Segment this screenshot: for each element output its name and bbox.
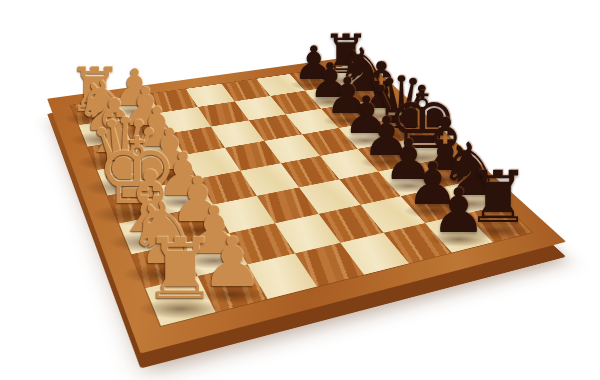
black-pawn-h7[interactable]: ♟ (431, 180, 486, 241)
piece-shadow (428, 232, 489, 247)
chess-photo-scene: ♜♞♝♛♚♝♞♜♟♟♟♟♟♟♟♟♟♟♟♟♟♟♟♟♜♞♝♛♚♝♞♜ (0, 0, 600, 380)
piece-shadow (138, 299, 222, 319)
white-rook-h1[interactable]: ♜ (142, 228, 217, 312)
pieces-layer: ♜♞♝♛♚♝♞♜♟♟♟♟♟♟♟♟♟♟♟♟♟♟♟♟♜♞♝♛♚♝♞♜ (0, 0, 600, 380)
